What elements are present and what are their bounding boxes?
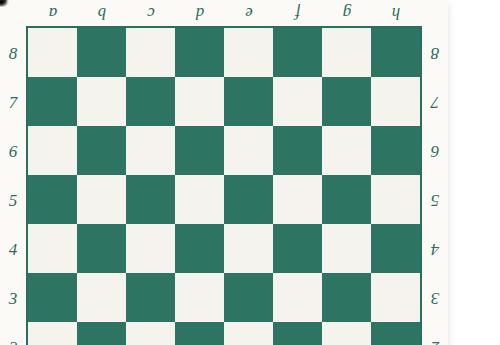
square-h6[interactable] (371, 126, 420, 175)
vinyl-mat-plane: 88aa77bb66cc55dd44ee33ff22gg11hh (0, 0, 448, 345)
file-label-top-h: h (391, 5, 400, 22)
square-f4[interactable] (273, 224, 322, 273)
square-h3[interactable] (371, 273, 420, 322)
square-a2[interactable] (28, 322, 77, 345)
square-c3[interactable] (126, 273, 175, 322)
file-label-top-c: c (147, 5, 155, 22)
rank-label-left-4: 4 (9, 240, 18, 257)
square-d8[interactable] (175, 28, 224, 77)
square-c5[interactable] (126, 175, 175, 224)
square-e3[interactable] (224, 273, 273, 322)
square-a8[interactable] (28, 28, 77, 77)
square-h5[interactable] (371, 175, 420, 224)
square-f5[interactable] (273, 175, 322, 224)
square-d3[interactable] (175, 273, 224, 322)
square-b4[interactable] (77, 224, 126, 273)
square-b3[interactable] (77, 273, 126, 322)
square-h2[interactable] (371, 322, 420, 345)
square-g7[interactable] (322, 77, 371, 126)
square-f7[interactable] (273, 77, 322, 126)
file-label-top-a: a (48, 5, 57, 22)
rank-label-right-2: 2 (431, 338, 440, 345)
square-e6[interactable] (224, 126, 273, 175)
file-label-top-g: g (342, 5, 351, 22)
square-c8[interactable] (126, 28, 175, 77)
square-d5[interactable] (175, 175, 224, 224)
rank-label-right-6: 6 (431, 142, 440, 159)
square-d2[interactable] (175, 322, 224, 345)
square-e7[interactable] (224, 77, 273, 126)
square-b2[interactable] (77, 322, 126, 345)
square-a7[interactable] (28, 77, 77, 126)
piece-white-rook-h1[interactable]: ♜ (0, 0, 7, 3)
square-c6[interactable] (126, 126, 175, 175)
square-g2[interactable] (322, 322, 371, 345)
square-g6[interactable] (322, 126, 371, 175)
square-g5[interactable] (322, 175, 371, 224)
square-b7[interactable] (77, 77, 126, 126)
rank-label-left-2: 2 (9, 338, 18, 345)
rank-label-left-6: 6 (9, 142, 18, 159)
chess-board (28, 28, 420, 345)
rank-label-right-4: 4 (431, 240, 440, 257)
square-b8[interactable] (77, 28, 126, 77)
square-e5[interactable] (224, 175, 273, 224)
rank-label-right-8: 8 (431, 44, 440, 61)
file-label-top-b: b (97, 5, 106, 22)
rank-label-left-7: 7 (9, 93, 18, 110)
square-f6[interactable] (273, 126, 322, 175)
square-d4[interactable] (175, 224, 224, 273)
square-d6[interactable] (175, 126, 224, 175)
rank-label-right-3: 3 (431, 289, 440, 306)
square-h4[interactable] (371, 224, 420, 273)
square-d7[interactable] (175, 77, 224, 126)
square-e8[interactable] (224, 28, 273, 77)
square-c7[interactable] (126, 77, 175, 126)
square-g3[interactable] (322, 273, 371, 322)
rank-label-right-5: 5 (431, 191, 440, 208)
rank-label-left-8: 8 (9, 44, 18, 61)
square-g8[interactable] (322, 28, 371, 77)
square-h7[interactable] (371, 77, 420, 126)
square-b6[interactable] (77, 126, 126, 175)
file-label-top-e: e (245, 5, 253, 22)
square-c4[interactable] (126, 224, 175, 273)
square-a5[interactable] (28, 175, 77, 224)
square-b5[interactable] (77, 175, 126, 224)
file-label-top-f: f (295, 5, 300, 22)
square-f8[interactable] (273, 28, 322, 77)
square-a4[interactable] (28, 224, 77, 273)
square-g4[interactable] (322, 224, 371, 273)
square-c2[interactable] (126, 322, 175, 345)
square-e2[interactable] (224, 322, 273, 345)
square-f3[interactable] (273, 273, 322, 322)
square-a3[interactable] (28, 273, 77, 322)
square-h8[interactable] (371, 28, 420, 77)
rank-label-left-3: 3 (9, 289, 18, 306)
square-e4[interactable] (224, 224, 273, 273)
square-f2[interactable] (273, 322, 322, 345)
rank-label-left-5: 5 (9, 191, 18, 208)
chess-set-photo: 88aa77bb66cc55dd44ee33ff22gg11hh ♜♞♝♛♚♝♞… (0, 0, 500, 345)
rank-label-right-7: 7 (431, 93, 440, 110)
file-label-top-d: d (195, 5, 204, 22)
square-a6[interactable] (28, 126, 77, 175)
